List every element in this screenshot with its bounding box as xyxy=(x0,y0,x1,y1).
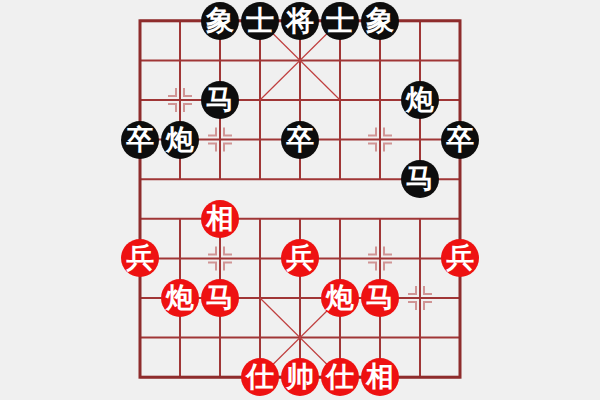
piece-black-pawn[interactable]: 卒 xyxy=(121,121,159,159)
xiangqi-board[interactable]: 象士将士象马炮卒炮卒卒马相兵兵兵炮马炮马仕帅仕相 xyxy=(120,1,480,397)
piece-black-elephant[interactable]: 象 xyxy=(201,2,239,40)
piece-red-pawn[interactable]: 兵 xyxy=(121,239,159,277)
piece-red-general[interactable]: 帅 xyxy=(281,358,319,396)
app-background: 象士将士象马炮卒炮卒卒马相兵兵兵炮马炮马仕帅仕相 xyxy=(0,0,600,400)
piece-black-pawn[interactable]: 卒 xyxy=(441,121,479,159)
piece-black-advisor[interactable]: 士 xyxy=(321,2,359,40)
piece-red-horse[interactable]: 马 xyxy=(361,279,399,317)
piece-black-cannon[interactable]: 炮 xyxy=(401,81,439,119)
piece-red-pawn[interactable]: 兵 xyxy=(441,239,479,277)
piece-red-advisor[interactable]: 仕 xyxy=(241,358,279,396)
piece-red-pawn[interactable]: 兵 xyxy=(281,239,319,277)
piece-black-general[interactable]: 将 xyxy=(281,2,319,40)
piece-red-advisor[interactable]: 仕 xyxy=(321,358,359,396)
piece-black-advisor[interactable]: 士 xyxy=(241,2,279,40)
piece-black-elephant[interactable]: 象 xyxy=(361,2,399,40)
board-grid-lines xyxy=(120,1,480,397)
piece-black-cannon[interactable]: 炮 xyxy=(161,121,199,159)
piece-red-cannon[interactable]: 炮 xyxy=(321,279,359,317)
piece-red-cannon[interactable]: 炮 xyxy=(161,279,199,317)
piece-black-horse[interactable]: 马 xyxy=(201,81,239,119)
piece-red-horse[interactable]: 马 xyxy=(201,279,239,317)
piece-red-elephant[interactable]: 相 xyxy=(201,200,239,238)
piece-black-horse[interactable]: 马 xyxy=(401,160,439,198)
piece-black-pawn[interactable]: 卒 xyxy=(281,121,319,159)
piece-red-elephant[interactable]: 相 xyxy=(361,358,399,396)
